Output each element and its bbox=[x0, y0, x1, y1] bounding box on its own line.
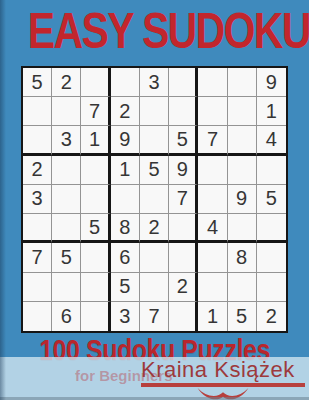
sudoku-cell-r1c6 bbox=[169, 68, 198, 97]
sudoku-cell-r9c6 bbox=[169, 302, 198, 331]
sudoku-cell-r8c3 bbox=[81, 273, 110, 302]
sudoku-cell-r7c2: 5 bbox=[52, 243, 81, 272]
sudoku-cell-r3c5 bbox=[140, 126, 169, 155]
sudoku-cell-r4c6: 9 bbox=[169, 156, 198, 185]
sudoku-cell-r2c7 bbox=[198, 97, 227, 126]
cover-title: EASY SUDOKU bbox=[28, 2, 281, 60]
sudoku-cell-r5c8: 9 bbox=[228, 185, 257, 214]
sudoku-cell-r8c5 bbox=[140, 273, 169, 302]
sudoku-cell-r6c7: 4 bbox=[198, 214, 227, 243]
book-cover: EASY SUDOKU 5239721319574215937955824756… bbox=[0, 0, 309, 400]
sudoku-cell-r9c8: 5 bbox=[228, 302, 257, 331]
sudoku-cell-r3c1 bbox=[23, 126, 52, 155]
sudoku-cell-r2c9: 1 bbox=[257, 97, 286, 126]
sudoku-cell-r8c8 bbox=[228, 273, 257, 302]
sudoku-cell-r5c4 bbox=[111, 185, 140, 214]
sudoku-cell-r6c8 bbox=[228, 214, 257, 243]
sudoku-cell-r6c5: 2 bbox=[140, 214, 169, 243]
sudoku-cell-r1c7 bbox=[198, 68, 227, 97]
sudoku-cell-r4c5: 5 bbox=[140, 156, 169, 185]
sudoku-cell-r4c7 bbox=[198, 156, 227, 185]
sudoku-cell-r1c1: 5 bbox=[23, 68, 52, 97]
sudoku-cell-r5c7 bbox=[198, 185, 227, 214]
sudoku-cell-r3c4: 9 bbox=[111, 126, 140, 155]
sudoku-cell-r8c4: 5 bbox=[111, 273, 140, 302]
watermark-label: Kraina Książek bbox=[141, 358, 305, 382]
sudoku-cell-r7c5 bbox=[140, 243, 169, 272]
sudoku-cell-r3c8 bbox=[228, 126, 257, 155]
bookstore-watermark: Kraina Książek bbox=[141, 358, 305, 400]
sudoku-cell-r1c8 bbox=[228, 68, 257, 97]
sudoku-cell-r9c9: 2 bbox=[257, 302, 286, 331]
sudoku-cell-r9c2: 6 bbox=[52, 302, 81, 331]
sudoku-cell-r5c6: 7 bbox=[169, 185, 198, 214]
sudoku-cell-r4c8 bbox=[228, 156, 257, 185]
sudoku-cell-r3c6: 5 bbox=[169, 126, 198, 155]
sudoku-cell-r2c4: 2 bbox=[111, 97, 140, 126]
sudoku-cell-r7c4: 6 bbox=[111, 243, 140, 272]
sudoku-cell-r7c7 bbox=[198, 243, 227, 272]
sudoku-cell-r4c3 bbox=[81, 156, 110, 185]
sudoku-cell-r4c9 bbox=[257, 156, 286, 185]
sudoku-cell-r1c5: 3 bbox=[140, 68, 169, 97]
sudoku-cell-r8c1 bbox=[23, 273, 52, 302]
sudoku-cell-r5c9: 5 bbox=[257, 185, 286, 214]
sudoku-cell-r4c4: 1 bbox=[111, 156, 140, 185]
sudoku-cell-r9c3 bbox=[81, 302, 110, 331]
sudoku-cell-r7c6 bbox=[169, 243, 198, 272]
sudoku-cell-r9c5: 7 bbox=[140, 302, 169, 331]
sudoku-cell-r2c8 bbox=[228, 97, 257, 126]
sudoku-cell-r6c6 bbox=[169, 214, 198, 243]
sudoku-cell-r7c8: 8 bbox=[228, 243, 257, 272]
sudoku-cell-r1c9: 9 bbox=[257, 68, 286, 97]
sudoku-cell-r2c3: 7 bbox=[81, 97, 110, 126]
sudoku-cell-r3c9: 4 bbox=[257, 126, 286, 155]
sudoku-cell-r5c5 bbox=[140, 185, 169, 214]
sudoku-cell-r6c4: 8 bbox=[111, 214, 140, 243]
sudoku-cell-r2c1 bbox=[23, 97, 52, 126]
sudoku-cell-r5c3 bbox=[81, 185, 110, 214]
sudoku-cell-r7c1: 7 bbox=[23, 243, 52, 272]
sudoku-cell-r6c9 bbox=[257, 214, 286, 243]
sudoku-cell-r6c1 bbox=[23, 214, 52, 243]
sudoku-cell-r8c9 bbox=[257, 273, 286, 302]
sudoku-cell-r7c3 bbox=[81, 243, 110, 272]
sudoku-cell-r2c5 bbox=[140, 97, 169, 126]
sudoku-cell-r2c6 bbox=[169, 97, 198, 126]
sudoku-cell-r1c3 bbox=[81, 68, 110, 97]
sudoku-cell-r1c2: 2 bbox=[52, 68, 81, 97]
sudoku-cell-r5c2 bbox=[52, 185, 81, 214]
sudoku-cell-r3c2: 3 bbox=[52, 126, 81, 155]
sudoku-cell-r3c3: 1 bbox=[81, 126, 110, 155]
sudoku-cell-r7c9 bbox=[257, 243, 286, 272]
sudoku-cell-r8c2 bbox=[52, 273, 81, 302]
sudoku-cell-r9c7: 1 bbox=[198, 302, 227, 331]
sudoku-cell-r1c4 bbox=[111, 68, 140, 97]
sudoku-board: 5239721319574215937955824756852637152 bbox=[21, 66, 288, 333]
sudoku-cell-r6c3: 5 bbox=[81, 214, 110, 243]
sudoku-cell-r8c6: 2 bbox=[169, 273, 198, 302]
sudoku-cell-r3c7: 7 bbox=[198, 126, 227, 155]
sudoku-cell-r9c4: 3 bbox=[111, 302, 140, 331]
sudoku-cell-r4c2 bbox=[52, 156, 81, 185]
sudoku-cell-r4c1: 2 bbox=[23, 156, 52, 185]
sudoku-cell-r9c1 bbox=[23, 302, 52, 331]
sudoku-cell-r2c2 bbox=[52, 97, 81, 126]
sudoku-cell-r5c1: 3 bbox=[23, 185, 52, 214]
sudoku-cell-r6c2 bbox=[52, 214, 81, 243]
sudoku-cell-r8c7 bbox=[198, 273, 227, 302]
